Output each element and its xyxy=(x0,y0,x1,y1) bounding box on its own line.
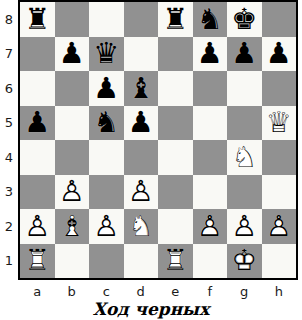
piece-white-pawn[interactable]: ♟♙ xyxy=(89,209,124,244)
square-g8[interactable]: ♚ xyxy=(227,2,262,37)
square-g1[interactable]: ♚♔ xyxy=(227,244,262,279)
square-h6[interactable] xyxy=(262,71,297,106)
square-d6[interactable]: ♝ xyxy=(124,71,159,106)
square-g7[interactable]: ♟ xyxy=(227,37,262,72)
square-c8[interactable] xyxy=(89,2,124,37)
chess-board: ♜♜♞♚♟♛♟♟♟♟♝♟♞♟♛♕♞♘♟♙♟♙♟♙♝♗♟♙♞♘♟♙♟♙♟♙♜♖♜♖… xyxy=(18,0,298,280)
square-h8[interactable] xyxy=(262,2,297,37)
square-h4[interactable] xyxy=(262,140,297,175)
square-g4[interactable]: ♞♘ xyxy=(227,140,262,175)
square-e3[interactable] xyxy=(158,175,193,210)
square-a7[interactable] xyxy=(20,37,55,72)
square-g5[interactable] xyxy=(227,106,262,141)
piece-white-pawn[interactable]: ♟♙ xyxy=(262,209,297,244)
square-a2[interactable]: ♟♙ xyxy=(20,209,55,244)
rank-labels: 87654321 xyxy=(0,0,18,280)
piece-glyph: ♟ xyxy=(20,106,55,141)
piece-outline-glyph: ♙ xyxy=(227,209,262,244)
file-label-c: c xyxy=(89,284,124,299)
square-d3[interactable]: ♟♙ xyxy=(124,175,159,210)
piece-outline-glyph: ♖ xyxy=(20,244,55,279)
square-f2[interactable]: ♟♙ xyxy=(193,209,228,244)
piece-outline-glyph: ♙ xyxy=(55,175,90,210)
piece-glyph: ♟ xyxy=(193,37,228,72)
square-b3[interactable]: ♟♙ xyxy=(55,175,90,210)
piece-outline-glyph: ♕ xyxy=(262,106,297,141)
square-d8[interactable] xyxy=(124,2,159,37)
piece-black-pawn[interactable]: ♟ xyxy=(89,71,124,106)
piece-outline-glyph: ♙ xyxy=(89,209,124,244)
square-c6[interactable]: ♟ xyxy=(89,71,124,106)
rank-label-4: 4 xyxy=(0,140,18,175)
file-label-e: e xyxy=(158,284,193,299)
chess-diagram: 87654321 ♜♜♞♚♟♛♟♟♟♟♝♟♞♟♛♕♞♘♟♙♟♙♟♙♝♗♟♙♞♘♟… xyxy=(0,0,302,320)
square-d2[interactable]: ♞♘ xyxy=(124,209,159,244)
square-e2[interactable] xyxy=(158,209,193,244)
square-e4[interactable] xyxy=(158,140,193,175)
piece-outline-glyph: ♖ xyxy=(158,244,193,279)
square-d1[interactable] xyxy=(124,244,159,279)
square-c7[interactable]: ♛ xyxy=(89,37,124,72)
piece-black-king[interactable]: ♚ xyxy=(227,2,262,37)
piece-black-bishop[interactable]: ♝ xyxy=(124,71,159,106)
square-a3[interactable] xyxy=(20,175,55,210)
square-b1[interactable] xyxy=(55,244,90,279)
piece-white-pawn[interactable]: ♟♙ xyxy=(227,209,262,244)
square-h1[interactable] xyxy=(262,244,297,279)
piece-black-knight[interactable]: ♞ xyxy=(193,2,228,37)
square-d7[interactable] xyxy=(124,37,159,72)
piece-white-rook[interactable]: ♜♖ xyxy=(20,244,55,279)
file-label-h: h xyxy=(262,284,297,299)
rank-label-8: 8 xyxy=(0,2,18,37)
piece-glyph: ♟ xyxy=(55,37,90,72)
piece-white-pawn[interactable]: ♟♙ xyxy=(124,175,159,210)
square-c4[interactable] xyxy=(89,140,124,175)
square-c2[interactable]: ♟♙ xyxy=(89,209,124,244)
rank-label-5: 5 xyxy=(0,106,18,141)
piece-white-queen[interactable]: ♛♕ xyxy=(262,106,297,141)
square-h2[interactable]: ♟♙ xyxy=(262,209,297,244)
rank-label-1: 1 xyxy=(0,244,18,279)
piece-outline-glyph: ♗ xyxy=(55,209,90,244)
square-f4[interactable] xyxy=(193,140,228,175)
square-f6[interactable] xyxy=(193,71,228,106)
square-g6[interactable] xyxy=(227,71,262,106)
piece-black-pawn[interactable]: ♟ xyxy=(55,37,90,72)
square-f3[interactable] xyxy=(193,175,228,210)
piece-outline-glyph: ♘ xyxy=(124,209,159,244)
square-g2[interactable]: ♟♙ xyxy=(227,209,262,244)
square-b4[interactable] xyxy=(55,140,90,175)
piece-white-pawn[interactable]: ♟♙ xyxy=(20,209,55,244)
piece-glyph: ♟ xyxy=(124,106,159,141)
square-c3[interactable] xyxy=(89,175,124,210)
square-e5[interactable] xyxy=(158,106,193,141)
piece-outline-glyph: ♙ xyxy=(262,209,297,244)
square-h3[interactable] xyxy=(262,175,297,210)
piece-outline-glyph: ♙ xyxy=(124,175,159,210)
piece-glyph: ♟ xyxy=(262,37,297,72)
file-label-f: f xyxy=(193,284,228,299)
piece-glyph: ♜ xyxy=(20,2,55,37)
square-d4[interactable] xyxy=(124,140,159,175)
piece-black-pawn[interactable]: ♟ xyxy=(124,106,159,141)
piece-outline-glyph: ♙ xyxy=(20,209,55,244)
piece-white-rook[interactable]: ♜♖ xyxy=(158,244,193,279)
piece-white-knight[interactable]: ♞♘ xyxy=(124,209,159,244)
piece-outline-glyph: ♘ xyxy=(227,140,262,175)
piece-black-rook[interactable]: ♜ xyxy=(20,2,55,37)
piece-glyph: ♞ xyxy=(89,106,124,141)
square-a1[interactable]: ♜♖ xyxy=(20,244,55,279)
piece-black-rook[interactable]: ♜ xyxy=(158,2,193,37)
piece-white-bishop[interactable]: ♝♗ xyxy=(55,209,90,244)
file-label-a: a xyxy=(20,284,55,299)
square-f7[interactable]: ♟ xyxy=(193,37,228,72)
square-c1[interactable] xyxy=(89,244,124,279)
square-g3[interactable] xyxy=(227,175,262,210)
file-label-g: g xyxy=(227,284,262,299)
square-h7[interactable]: ♟ xyxy=(262,37,297,72)
square-a4[interactable] xyxy=(20,140,55,175)
piece-black-pawn[interactable]: ♟ xyxy=(193,37,228,72)
square-d5[interactable]: ♟ xyxy=(124,106,159,141)
piece-glyph: ♛ xyxy=(89,37,124,72)
square-a6[interactable] xyxy=(20,71,55,106)
piece-black-pawn[interactable]: ♟ xyxy=(262,37,297,72)
rank-label-7: 7 xyxy=(0,37,18,72)
square-e1[interactable]: ♜♖ xyxy=(158,244,193,279)
board-area: 87654321 ♜♜♞♚♟♛♟♟♟♟♝♟♞♟♛♕♞♘♟♙♟♙♟♙♝♗♟♙♞♘♟… xyxy=(0,0,298,280)
rank-label-3: 3 xyxy=(0,175,18,210)
square-a8[interactable]: ♜ xyxy=(20,2,55,37)
square-b2[interactable]: ♝♗ xyxy=(55,209,90,244)
square-f5[interactable] xyxy=(193,106,228,141)
piece-outline-glyph: ♙ xyxy=(193,209,228,244)
piece-black-pawn[interactable]: ♟ xyxy=(20,106,55,141)
piece-white-pawn[interactable]: ♟♙ xyxy=(55,175,90,210)
square-f8[interactable]: ♞ xyxy=(193,2,228,37)
rank-label-2: 2 xyxy=(0,209,18,244)
file-label-b: b xyxy=(55,284,90,299)
file-label-d: d xyxy=(124,284,159,299)
piece-glyph: ♟ xyxy=(227,37,262,72)
square-e6[interactable] xyxy=(158,71,193,106)
rank-label-6: 6 xyxy=(0,71,18,106)
piece-glyph: ♝ xyxy=(124,71,159,106)
piece-glyph: ♞ xyxy=(193,2,228,37)
piece-glyph: ♜ xyxy=(158,2,193,37)
square-b5[interactable] xyxy=(55,106,90,141)
piece-white-king[interactable]: ♚♔ xyxy=(227,244,262,279)
piece-black-pawn[interactable]: ♟ xyxy=(227,37,262,72)
square-a5[interactable]: ♟ xyxy=(20,106,55,141)
square-e8[interactable]: ♜ xyxy=(158,2,193,37)
square-b7[interactable]: ♟ xyxy=(55,37,90,72)
piece-outline-glyph: ♔ xyxy=(227,244,262,279)
square-e7[interactable] xyxy=(158,37,193,72)
move-indicator-caption: Ход черных xyxy=(0,299,302,319)
piece-glyph: ♚ xyxy=(227,2,262,37)
piece-glyph: ♟ xyxy=(89,71,124,106)
square-f1[interactable] xyxy=(193,244,228,279)
square-h5[interactable]: ♛♕ xyxy=(262,106,297,141)
piece-white-knight[interactable]: ♞♘ xyxy=(227,140,262,175)
square-b6[interactable] xyxy=(55,71,90,106)
file-labels: abcdefgh xyxy=(20,284,296,299)
piece-black-knight[interactable]: ♞ xyxy=(89,106,124,141)
square-c5[interactable]: ♞ xyxy=(89,106,124,141)
piece-black-queen[interactable]: ♛ xyxy=(89,37,124,72)
square-b8[interactable] xyxy=(55,2,90,37)
piece-white-pawn[interactable]: ♟♙ xyxy=(193,209,228,244)
